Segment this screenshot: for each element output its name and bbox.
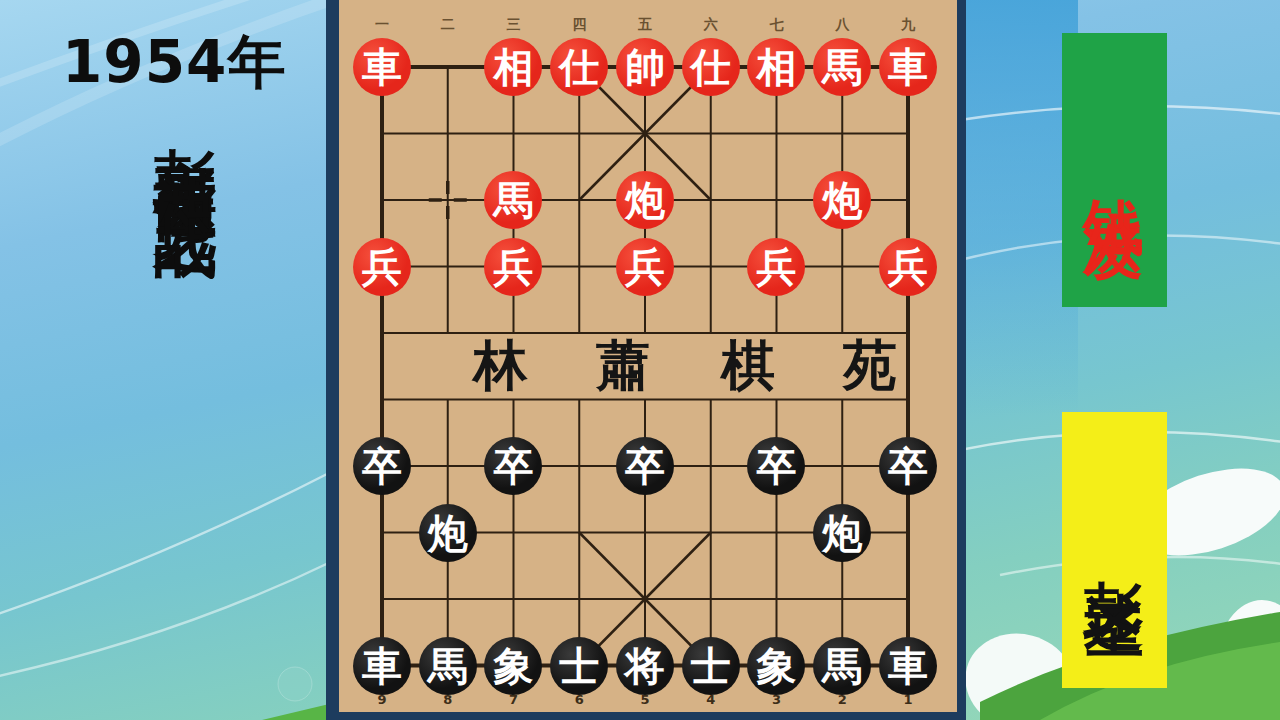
board-point[interactable] xyxy=(415,433,481,500)
board-point[interactable]: 仕 xyxy=(678,34,744,101)
piece-red-chariot[interactable]: 車 xyxy=(879,38,937,96)
board-point[interactable]: 兵 xyxy=(481,234,547,301)
file-label-top-2: 二 xyxy=(441,16,455,34)
piece-black-advisor[interactable]: 士 xyxy=(682,637,740,695)
board-point[interactable] xyxy=(809,367,875,434)
piece-black-advisor[interactable]: 士 xyxy=(550,637,608,695)
piece-black-soldier[interactable]: 卒 xyxy=(353,437,411,495)
board-point[interactable] xyxy=(415,167,481,234)
board-point[interactable] xyxy=(809,433,875,500)
board-point[interactable] xyxy=(612,500,678,567)
board-point[interactable] xyxy=(744,101,810,168)
board-point[interactable] xyxy=(744,367,810,434)
piece-red-soldier[interactable]: 兵 xyxy=(484,238,542,296)
board-point[interactable]: 相 xyxy=(744,34,810,101)
board-point[interactable]: 象 xyxy=(481,633,547,700)
board-point[interactable]: 卒 xyxy=(744,433,810,500)
board-point[interactable] xyxy=(546,433,612,500)
piece-red-general[interactable]: 帥 xyxy=(616,38,674,96)
piece-black-horse[interactable]: 馬 xyxy=(813,637,871,695)
piece-black-cannon[interactable]: 炮 xyxy=(813,504,871,562)
piece-red-advisor[interactable]: 仕 xyxy=(550,38,608,96)
file-label-top-4: 四 xyxy=(572,16,586,34)
board-point[interactable] xyxy=(744,500,810,567)
board-frame: 一二三四五六七八九987654321林蕭棋苑車相仕帥仕相馬車馬炮炮兵兵兵兵兵卒卒… xyxy=(326,0,966,720)
file-label-top-9: 九 xyxy=(901,16,915,34)
file-label-top-3: 三 xyxy=(507,16,521,34)
black-player-label: 彭述圣 xyxy=(1062,412,1167,688)
piece-black-elephant[interactable]: 象 xyxy=(747,637,805,695)
board-point[interactable] xyxy=(744,167,810,234)
board-point[interactable] xyxy=(875,367,941,434)
board-point[interactable] xyxy=(481,101,547,168)
board-point[interactable] xyxy=(875,300,941,367)
piece-black-soldier[interactable]: 卒 xyxy=(484,437,542,495)
board-point[interactable] xyxy=(349,367,415,434)
board-point[interactable]: 車 xyxy=(349,633,415,700)
piece-red-elephant[interactable]: 相 xyxy=(484,38,542,96)
piece-red-soldier[interactable]: 兵 xyxy=(616,238,674,296)
board-point[interactable] xyxy=(744,566,810,633)
piece-red-horse[interactable]: 馬 xyxy=(813,38,871,96)
xiangqi-board[interactable]: 一二三四五六七八九987654321林蕭棋苑車相仕帥仕相馬車馬炮炮兵兵兵兵兵卒卒… xyxy=(339,0,957,712)
board-point[interactable]: 相 xyxy=(481,34,547,101)
board-point[interactable] xyxy=(415,566,481,633)
board-point[interactable] xyxy=(415,34,481,101)
board-point[interactable]: 卒 xyxy=(875,433,941,500)
board-point[interactable] xyxy=(678,433,744,500)
board-point[interactable]: 炮 xyxy=(415,500,481,567)
board-point[interactable]: 卒 xyxy=(481,433,547,500)
board-point[interactable] xyxy=(349,300,415,367)
board-point[interactable] xyxy=(546,234,612,301)
board-point[interactable]: 卒 xyxy=(612,433,678,500)
board-point[interactable]: 卒 xyxy=(349,433,415,500)
board-point[interactable] xyxy=(678,367,744,434)
board-point[interactable] xyxy=(678,167,744,234)
piece-red-cannon[interactable]: 炮 xyxy=(616,171,674,229)
piece-black-cannon[interactable]: 炮 xyxy=(419,504,477,562)
board-point[interactable] xyxy=(678,101,744,168)
file-label-top-7: 七 xyxy=(770,16,784,34)
piece-black-horse[interactable]: 馬 xyxy=(419,637,477,695)
board-point[interactable]: 兵 xyxy=(612,234,678,301)
piece-black-soldier[interactable]: 卒 xyxy=(616,437,674,495)
board-point[interactable]: 車 xyxy=(349,34,415,101)
board-point[interactable]: 士 xyxy=(546,633,612,700)
board-point[interactable] xyxy=(415,101,481,168)
board-point[interactable] xyxy=(546,300,612,367)
board-point[interactable]: 炮 xyxy=(809,167,875,234)
board-point[interactable]: 象 xyxy=(744,633,810,700)
board-point[interactable] xyxy=(415,234,481,301)
video-title-year: 1954年 xyxy=(62,24,286,102)
board-point[interactable] xyxy=(546,367,612,434)
board-point[interactable]: 炮 xyxy=(612,167,678,234)
file-label-top-8: 八 xyxy=(835,16,849,34)
piece-black-chariot[interactable]: 車 xyxy=(879,637,937,695)
board-point[interactable]: 炮 xyxy=(809,500,875,567)
board-point[interactable] xyxy=(546,167,612,234)
board-point[interactable]: 仕 xyxy=(546,34,612,101)
board-point[interactable] xyxy=(349,167,415,234)
board-point[interactable] xyxy=(612,367,678,434)
board-point[interactable] xyxy=(481,566,547,633)
board-point[interactable] xyxy=(875,167,941,234)
board-point[interactable] xyxy=(612,101,678,168)
board-point[interactable]: 車 xyxy=(875,34,941,101)
board-point[interactable] xyxy=(349,500,415,567)
board-point[interactable]: 馬 xyxy=(809,34,875,101)
board-point[interactable] xyxy=(481,300,547,367)
piece-red-horse[interactable]: 馬 xyxy=(484,171,542,229)
piece-red-soldier[interactable]: 兵 xyxy=(747,238,805,296)
board-point[interactable]: 兵 xyxy=(875,234,941,301)
board-point[interactable]: 兵 xyxy=(349,234,415,301)
piece-red-soldier[interactable]: 兵 xyxy=(353,238,411,296)
board-point[interactable] xyxy=(875,500,941,567)
board-point[interactable] xyxy=(546,500,612,567)
file-label-top-6: 六 xyxy=(704,16,718,34)
board-point[interactable] xyxy=(349,101,415,168)
board-point[interactable] xyxy=(875,101,941,168)
board-point[interactable]: 帥 xyxy=(612,34,678,101)
board-point[interactable] xyxy=(809,234,875,301)
board-point[interactable] xyxy=(809,101,875,168)
piece-black-soldier[interactable]: 卒 xyxy=(747,437,805,495)
piece-red-cannon[interactable]: 炮 xyxy=(813,171,871,229)
file-label-top-5: 五 xyxy=(638,16,652,34)
board-point[interactable] xyxy=(481,367,547,434)
bubble xyxy=(278,667,312,701)
piece-red-advisor[interactable]: 仕 xyxy=(682,38,740,96)
board-point[interactable]: 馬 xyxy=(415,633,481,700)
board-point[interactable] xyxy=(809,300,875,367)
file-label-top-1: 一 xyxy=(375,16,389,34)
board-point[interactable]: 将 xyxy=(612,633,678,700)
board-point[interactable] xyxy=(678,500,744,567)
board-point[interactable]: 馬 xyxy=(809,633,875,700)
board-point[interactable] xyxy=(415,300,481,367)
board-point[interactable] xyxy=(612,300,678,367)
piece-red-elephant[interactable]: 相 xyxy=(747,38,805,96)
board-point[interactable] xyxy=(678,234,744,301)
video-title-vertical: 彭高棋让两先之战 xyxy=(146,96,224,712)
piece-red-chariot[interactable]: 車 xyxy=(353,38,411,96)
board-point[interactable]: 士 xyxy=(678,633,744,700)
board-point[interactable] xyxy=(678,300,744,367)
board-point[interactable] xyxy=(546,101,612,168)
board-point[interactable] xyxy=(809,566,875,633)
board-point[interactable] xyxy=(349,566,415,633)
board-point[interactable]: 車 xyxy=(875,633,941,700)
board-point[interactable]: 馬 xyxy=(481,167,547,234)
board-point[interactable]: 兵 xyxy=(744,234,810,301)
red-player-label: 钱洪发 xyxy=(1062,33,1167,307)
board-point[interactable] xyxy=(875,566,941,633)
board-point[interactable] xyxy=(415,367,481,434)
board-point[interactable] xyxy=(481,500,547,567)
piece-red-soldier[interactable]: 兵 xyxy=(879,238,937,296)
board-point[interactable] xyxy=(546,566,612,633)
piece-black-general[interactable]: 将 xyxy=(616,637,674,695)
board-points: 車相仕帥仕相馬車馬炮炮兵兵兵兵兵卒卒卒卒卒炮炮車馬象士将士象馬車 xyxy=(349,34,941,699)
board-point[interactable] xyxy=(744,300,810,367)
piece-black-chariot[interactable]: 車 xyxy=(353,637,411,695)
piece-black-soldier[interactable]: 卒 xyxy=(879,437,937,495)
piece-black-elephant[interactable]: 象 xyxy=(484,637,542,695)
board-point[interactable] xyxy=(678,566,744,633)
board-point[interactable] xyxy=(612,566,678,633)
